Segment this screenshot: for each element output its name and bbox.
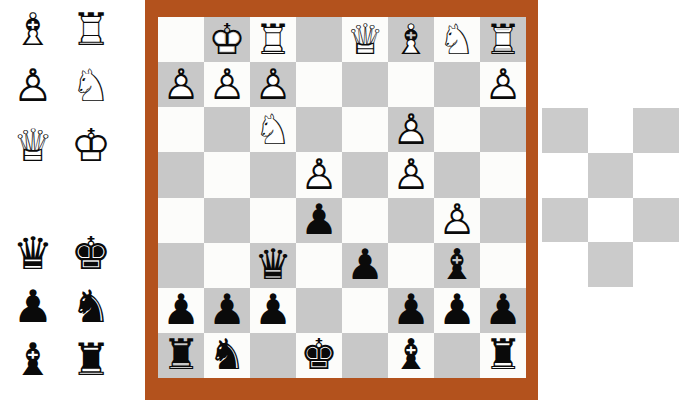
board-square-r1c3[interactable]: ♜♖	[250, 17, 296, 62]
board-grid: ♚♔♜♖♛♕♝♗♞♘♜♖♟♙♟♙♟♙♟♙♞♘♟♙♟♙♟♙♟♟♙♛♟♝♟♟♟♟♟♟…	[158, 17, 526, 378]
fragment-square-r1c3	[633, 108, 679, 153]
white-pawn[interactable]: ♟♙	[162, 64, 200, 106]
black-queen[interactable]: ♛	[13, 231, 53, 276]
board-square-r2c4[interactable]	[296, 62, 342, 107]
board-square-r3c4[interactable]	[296, 107, 342, 152]
board-square-r4c4[interactable]: ♟♙	[296, 152, 342, 197]
palette-black-queen[interactable]: ♛	[4, 226, 62, 280]
white-pawn-outline: ♙	[162, 64, 200, 106]
board-square-r6c6[interactable]	[388, 243, 434, 288]
palette-black-rook[interactable]: ♜	[62, 332, 120, 386]
board-square-r6c8[interactable]	[480, 243, 526, 288]
board-square-r2c8[interactable]: ♟♙	[480, 62, 526, 107]
board-square-r6c7[interactable]: ♝	[434, 243, 480, 288]
piece-palette-black: ♛♚♟♞♝♜	[4, 226, 120, 386]
black-pawn[interactable]: ♟	[162, 289, 200, 331]
black-pawn[interactable]: ♟	[13, 284, 53, 329]
white-rook-outline: ♖	[254, 19, 292, 61]
board-square-r6c2[interactable]	[204, 243, 250, 288]
white-queen-outline: ♕	[346, 19, 384, 61]
white-king[interactable]: ♚♔	[208, 19, 246, 61]
fragment-square-r4c2	[588, 242, 634, 287]
black-knight[interactable]: ♞	[71, 284, 111, 329]
white-bishop-outline: ♗	[13, 7, 53, 52]
board-square-r3c1[interactable]	[158, 107, 204, 152]
fragment-square-r2c1	[542, 153, 588, 198]
white-pawn-outline: ♙	[438, 199, 476, 241]
palette-white-pawn[interactable]: ♟♙	[4, 56, 62, 114]
black-pawn[interactable]: ♟	[392, 289, 430, 331]
board-square-r2c5[interactable]	[342, 62, 388, 107]
board-square-r1c7[interactable]: ♞♘	[434, 17, 480, 62]
white-queen[interactable]: ♛♕	[13, 123, 53, 168]
board-square-r4c8[interactable]	[480, 152, 526, 197]
black-rook[interactable]: ♜	[484, 334, 522, 376]
white-knight[interactable]: ♞♘	[438, 19, 476, 61]
board-square-r7c8[interactable]: ♟	[480, 288, 526, 333]
board-square-r1c5[interactable]: ♛♕	[342, 17, 388, 62]
white-pawn[interactable]: ♟♙	[484, 64, 522, 106]
board-square-r1c6[interactable]: ♝♗	[388, 17, 434, 62]
white-pawn-outline: ♙	[254, 64, 292, 106]
white-rook[interactable]: ♜♖	[71, 7, 111, 52]
white-pawn-outline: ♙	[300, 154, 338, 196]
white-knight-outline: ♘	[71, 63, 111, 108]
board-square-r3c8[interactable]	[480, 107, 526, 152]
black-rook[interactable]: ♜	[162, 334, 200, 376]
board-square-r4c6[interactable]: ♟♙	[388, 152, 434, 197]
board-square-r3c6[interactable]: ♟♙	[388, 107, 434, 152]
board-square-r6c5[interactable]: ♟	[342, 243, 388, 288]
palette-white-bishop[interactable]: ♝♗	[4, 2, 62, 56]
white-bishop-outline: ♗	[392, 19, 430, 61]
white-pawn-outline: ♙	[13, 63, 53, 108]
board-square-r8c3[interactable]	[250, 333, 296, 378]
palette-white-knight[interactable]: ♞♘	[62, 56, 120, 114]
board-square-r6c3[interactable]: ♛	[250, 243, 296, 288]
black-queen[interactable]: ♛	[254, 244, 292, 286]
board-square-r5c5[interactable]	[342, 198, 388, 243]
board-square-r7c4[interactable]	[296, 288, 342, 333]
fragment-square-r4c3	[633, 242, 679, 287]
board-square-r4c2[interactable]	[204, 152, 250, 197]
palette-white-queen[interactable]: ♛♕	[4, 114, 62, 176]
white-rook[interactable]: ♜♖	[254, 19, 292, 61]
white-pawn[interactable]: ♟♙	[300, 154, 338, 196]
black-rook[interactable]: ♜	[71, 337, 111, 382]
white-pawn-outline: ♙	[392, 109, 430, 151]
board-square-r8c5[interactable]	[342, 333, 388, 378]
chess-board: ♚♔♜♖♛♕♝♗♞♘♜♖♟♙♟♙♟♙♟♙♞♘♟♙♟♙♟♙♟♟♙♛♟♝♟♟♟♟♟♟…	[145, 0, 538, 400]
board-square-r5c4[interactable]: ♟	[296, 198, 342, 243]
white-king-outline: ♔	[71, 123, 111, 168]
black-pawn[interactable]: ♟	[254, 289, 292, 331]
board-square-r4c5[interactable]	[342, 152, 388, 197]
fragment-square-r3c2	[588, 198, 634, 243]
board-square-r8c7[interactable]	[434, 333, 480, 378]
white-knight-outline: ♘	[438, 19, 476, 61]
board-square-r3c3[interactable]: ♞♘	[250, 107, 296, 152]
white-pawn-outline: ♙	[208, 64, 246, 106]
board-square-r7c7[interactable]: ♟	[434, 288, 480, 333]
black-pawn[interactable]: ♟	[208, 289, 246, 331]
board-square-r5c7[interactable]: ♟♙	[434, 198, 480, 243]
black-king[interactable]: ♚	[71, 231, 111, 276]
white-pawn[interactable]: ♟♙	[392, 154, 430, 196]
board-square-r3c5[interactable]	[342, 107, 388, 152]
board-square-r4c3[interactable]	[250, 152, 296, 197]
white-pawn-outline: ♙	[484, 64, 522, 106]
white-rook[interactable]: ♜♖	[484, 19, 522, 61]
white-queen[interactable]: ♛♕	[346, 19, 384, 61]
white-pawn[interactable]: ♟♙	[438, 199, 476, 241]
fragment-square-r2c2	[588, 153, 634, 198]
board-square-r8c8[interactable]: ♜	[480, 333, 526, 378]
white-knight[interactable]: ♞♘	[254, 109, 292, 151]
board-square-r7c5[interactable]	[342, 288, 388, 333]
fragment-square-r1c2	[588, 108, 634, 153]
board-square-r7c2[interactable]: ♟	[204, 288, 250, 333]
white-king[interactable]: ♚♔	[71, 123, 111, 168]
black-bishop[interactable]: ♝	[13, 337, 53, 382]
board-square-r5c1[interactable]	[158, 198, 204, 243]
palette-black-king[interactable]: ♚	[62, 226, 120, 280]
board-square-r8c2[interactable]: ♞	[204, 333, 250, 378]
board-square-r1c2[interactable]: ♚♔	[204, 17, 250, 62]
white-pawn[interactable]: ♟♙	[13, 63, 53, 108]
black-pawn[interactable]: ♟	[484, 289, 522, 331]
palette-black-knight[interactable]: ♞	[62, 280, 120, 332]
board-square-r2c7[interactable]	[434, 62, 480, 107]
white-bishop[interactable]: ♝♗	[13, 7, 53, 52]
board-square-r3c7[interactable]	[434, 107, 480, 152]
black-bishop[interactable]: ♝	[392, 334, 430, 376]
white-pawn[interactable]: ♟♙	[208, 64, 246, 106]
palette-white-rook[interactable]: ♜♖	[62, 2, 120, 56]
board-square-r4c1[interactable]	[158, 152, 204, 197]
fragment-square-r2c3	[633, 153, 679, 198]
white-queen-outline: ♕	[13, 123, 53, 168]
board-square-r6c4[interactable]	[296, 243, 342, 288]
black-knight[interactable]: ♞	[208, 334, 246, 376]
board-square-r2c6[interactable]	[388, 62, 434, 107]
board-square-r7c1[interactable]: ♟	[158, 288, 204, 333]
board-fragment	[542, 108, 679, 287]
white-king-outline: ♔	[208, 19, 246, 61]
board-square-r2c3[interactable]: ♟♙	[250, 62, 296, 107]
white-pawn-outline: ♙	[392, 154, 430, 196]
white-knight-outline: ♘	[254, 109, 292, 151]
piece-palette-white: ♝♗♜♖♟♙♞♘♛♕♚♔	[4, 2, 120, 176]
board-square-r5c6[interactable]	[388, 198, 434, 243]
white-rook-outline: ♖	[71, 7, 111, 52]
white-bishop[interactable]: ♝♗	[392, 19, 430, 61]
board-square-r5c3[interactable]	[250, 198, 296, 243]
black-pawn[interactable]: ♟	[438, 289, 476, 331]
palette-white-king[interactable]: ♚♔	[62, 114, 120, 176]
board-square-r8c4[interactable]: ♚	[296, 333, 342, 378]
black-pawn[interactable]: ♟	[300, 199, 338, 241]
white-knight[interactable]: ♞♘	[71, 63, 111, 108]
board-square-r7c6[interactable]: ♟	[388, 288, 434, 333]
palette-black-bishop[interactable]: ♝	[4, 332, 62, 386]
white-pawn[interactable]: ♟♙	[392, 109, 430, 151]
board-square-r3c2[interactable]	[204, 107, 250, 152]
fragment-square-r3c1	[542, 198, 588, 243]
board-square-r4c7[interactable]	[434, 152, 480, 197]
board-square-r5c2[interactable]	[204, 198, 250, 243]
board-square-r1c4[interactable]	[296, 17, 342, 62]
black-pawn[interactable]: ♟	[346, 244, 384, 286]
board-square-r8c6[interactable]: ♝	[388, 333, 434, 378]
fragment-square-r1c1	[542, 108, 588, 153]
board-square-r1c1[interactable]	[158, 17, 204, 62]
black-bishop[interactable]: ♝	[438, 244, 476, 286]
board-square-r7c3[interactable]: ♟	[250, 288, 296, 333]
fragment-square-r4c1	[542, 242, 588, 287]
palette-black-pawn[interactable]: ♟	[4, 280, 62, 332]
board-square-r2c1[interactable]: ♟♙	[158, 62, 204, 107]
board-square-r6c1[interactable]	[158, 243, 204, 288]
board-square-r1c8[interactable]: ♜♖	[480, 17, 526, 62]
board-square-r8c1[interactable]: ♜	[158, 333, 204, 378]
white-pawn[interactable]: ♟♙	[254, 64, 292, 106]
board-square-r2c2[interactable]: ♟♙	[204, 62, 250, 107]
white-rook-outline: ♖	[484, 19, 522, 61]
board-square-r5c8[interactable]	[480, 198, 526, 243]
fragment-square-r3c3	[633, 198, 679, 243]
black-king[interactable]: ♚	[300, 334, 338, 376]
